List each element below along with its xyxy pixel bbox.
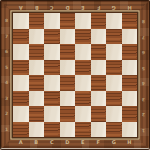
square-b6[interactable] [29, 44, 45, 60]
board-frame-top [0, 0, 150, 13]
square-e5[interactable] [75, 60, 91, 76]
file-label-top-g: G [106, 1, 122, 13]
file-label-bottom-d: D [60, 137, 76, 148]
square-c4[interactable] [44, 75, 60, 91]
file-label-top-a: A [13, 1, 29, 13]
square-g6[interactable] [106, 44, 122, 60]
square-h5[interactable] [122, 60, 138, 76]
rank-label-right-4: 4 [138, 75, 149, 91]
rank-label-left-5: 5 [1, 60, 12, 76]
square-a7[interactable] [13, 29, 29, 45]
rank-labels-right: 87654321 [138, 13, 149, 137]
file-label-bottom-c: C [44, 137, 60, 148]
rank-label-right-3: 3 [138, 91, 149, 107]
square-h6[interactable] [122, 44, 138, 60]
square-e3[interactable] [75, 91, 91, 107]
square-c2[interactable] [44, 106, 60, 122]
square-g2[interactable] [106, 106, 122, 122]
square-d7[interactable] [60, 29, 76, 45]
rank-label-left-8: 8 [1, 13, 12, 29]
square-a2[interactable] [13, 106, 29, 122]
file-label-bottom-b: B [29, 137, 45, 148]
file-label-top-h: H [122, 1, 138, 13]
square-d2[interactable] [60, 106, 76, 122]
square-f8[interactable] [91, 13, 107, 29]
square-e7[interactable] [75, 29, 91, 45]
square-f2[interactable] [91, 106, 107, 122]
square-a3[interactable] [13, 91, 29, 107]
square-e4[interactable] [75, 75, 91, 91]
square-c5[interactable] [44, 60, 60, 76]
square-h8[interactable] [122, 13, 138, 29]
rank-label-left-4: 4 [1, 75, 12, 91]
square-d8[interactable] [60, 13, 76, 29]
file-label-top-d: D [60, 1, 76, 13]
square-f4[interactable] [91, 75, 107, 91]
file-labels-bottom: ABCDEFGH [13, 137, 137, 148]
square-f7[interactable] [91, 29, 107, 45]
file-label-bottom-f: F [91, 137, 107, 148]
file-label-top-b: B [29, 1, 45, 13]
square-g7[interactable] [106, 29, 122, 45]
square-f5[interactable] [91, 60, 107, 76]
file-label-top-c: C [44, 1, 60, 13]
file-label-bottom-a: A [13, 137, 29, 148]
file-labels-top: ABCDEFGH [13, 1, 137, 13]
square-e2[interactable] [75, 106, 91, 122]
square-a6[interactable] [13, 44, 29, 60]
rank-label-left-6: 6 [1, 44, 12, 60]
board-squares-grid [13, 13, 137, 137]
square-c7[interactable] [44, 29, 60, 45]
square-c8[interactable] [44, 13, 60, 29]
square-g3[interactable] [106, 91, 122, 107]
square-h2[interactable] [122, 106, 138, 122]
square-b5[interactable] [29, 60, 45, 76]
rank-label-right-2: 2 [138, 106, 149, 122]
rank-label-right-7: 7 [138, 29, 149, 45]
file-label-top-f: F [91, 1, 107, 13]
square-d5[interactable] [60, 60, 76, 76]
rank-label-right-5: 5 [138, 60, 149, 76]
square-d4[interactable] [60, 75, 76, 91]
rank-labels-left: 87654321 [1, 13, 12, 137]
square-a5[interactable] [13, 60, 29, 76]
file-label-bottom-g: G [106, 137, 122, 148]
square-a8[interactable] [13, 13, 29, 29]
rank-label-right-8: 8 [138, 13, 149, 29]
square-g1[interactable] [106, 122, 122, 138]
file-label-top-e: E [75, 1, 91, 13]
square-f1[interactable] [91, 122, 107, 138]
square-a1[interactable] [13, 122, 29, 138]
square-h3[interactable] [122, 91, 138, 107]
board-frame-right [137, 0, 150, 150]
file-label-bottom-h: H [122, 137, 138, 148]
rank-label-left-2: 2 [1, 106, 12, 122]
square-d3[interactable] [60, 91, 76, 107]
rank-label-right-1: 1 [138, 122, 149, 138]
square-d6[interactable] [60, 44, 76, 60]
square-d1[interactable] [60, 122, 76, 138]
square-g8[interactable] [106, 13, 122, 29]
square-e8[interactable] [75, 13, 91, 29]
square-f3[interactable] [91, 91, 107, 107]
board-frame-bottom [0, 137, 150, 150]
square-h1[interactable] [122, 122, 138, 138]
rank-label-left-1: 1 [1, 122, 12, 138]
square-h4[interactable] [122, 75, 138, 91]
square-b8[interactable] [29, 13, 45, 29]
square-c6[interactable] [44, 44, 60, 60]
square-c1[interactable] [44, 122, 60, 138]
board-frame-left [0, 0, 13, 150]
rank-label-right-6: 6 [138, 44, 149, 60]
rank-label-left-3: 3 [1, 91, 12, 107]
square-g4[interactable] [106, 75, 122, 91]
square-h7[interactable] [122, 29, 138, 45]
chess-board: ABCDEFGH ABCDEFGH 87654321 87654321 [0, 0, 150, 150]
square-c3[interactable] [44, 91, 60, 107]
square-b4[interactable] [29, 75, 45, 91]
square-b7[interactable] [29, 29, 45, 45]
square-e6[interactable] [75, 44, 91, 60]
rank-label-left-7: 7 [1, 29, 12, 45]
square-f6[interactable] [91, 44, 107, 60]
square-e1[interactable] [75, 122, 91, 138]
square-b3[interactable] [29, 91, 45, 107]
square-a4[interactable] [13, 75, 29, 91]
square-b1[interactable] [29, 122, 45, 138]
file-label-bottom-e: E [75, 137, 91, 148]
square-g5[interactable] [106, 60, 122, 76]
square-b2[interactable] [29, 106, 45, 122]
